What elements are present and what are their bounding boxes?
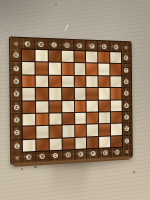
square-a5 xyxy=(22,88,35,100)
board-clasp-speck xyxy=(34,166,37,168)
coordinate-cell: ✕8 xyxy=(121,52,131,63)
square-a1 xyxy=(23,139,36,151)
lattice-ornament-icon: ✕ xyxy=(111,45,114,48)
lattice-ornament-icon: ✕ xyxy=(24,155,27,159)
square-c1 xyxy=(49,138,61,150)
coordinate-label: D xyxy=(65,43,70,48)
square-e1 xyxy=(75,137,87,149)
square-d6 xyxy=(62,76,74,87)
square-d7 xyxy=(61,63,73,75)
square-d5 xyxy=(62,88,74,99)
coordinate-label: H xyxy=(113,44,118,49)
coordinate-cell: ✕F xyxy=(86,148,98,160)
coordinate-label: E xyxy=(77,43,82,48)
lattice-ornament-icon: ✕ xyxy=(14,89,17,93)
square-c7 xyxy=(49,63,61,75)
square-e7 xyxy=(74,63,86,74)
corner-ornament-icon: ✕ xyxy=(122,146,132,157)
square-c3 xyxy=(49,113,61,125)
coordinate-label: B xyxy=(40,154,45,159)
square-g7 xyxy=(99,64,110,75)
coordinate-cell: ✕G xyxy=(99,147,111,158)
lattice-ornament-icon: ✕ xyxy=(124,77,127,80)
square-g6 xyxy=(99,76,110,87)
coordinate-label: H xyxy=(114,150,119,155)
square-d3 xyxy=(62,113,74,125)
coordinate-label: F xyxy=(90,44,95,49)
chess-board: ✕A✕B✕C✕D✕E✕F✕G✕H ✕A✕B✕C✕D✕E✕F✕G✕H ✕8✕7✕6… xyxy=(9,36,133,165)
square-g1 xyxy=(99,136,110,148)
coordinate-label: B xyxy=(39,42,44,47)
square-d1 xyxy=(62,138,74,150)
square-b1 xyxy=(36,139,48,151)
lattice-ornament-icon: ✕ xyxy=(124,65,127,68)
lattice-ornament-icon: ✕ xyxy=(88,152,91,156)
lattice-ornament-icon: ✕ xyxy=(15,115,18,119)
square-h6 xyxy=(111,76,122,87)
coordinate-label: D xyxy=(66,152,71,157)
square-b4 xyxy=(36,101,48,113)
coordinate-cell: ✕5 xyxy=(121,87,131,99)
thread-speck xyxy=(64,24,68,31)
coordinate-label: C xyxy=(52,42,57,47)
square-d2 xyxy=(62,125,74,137)
coordinate-cell: ✕D xyxy=(61,149,74,161)
lattice-ornament-icon: ✕ xyxy=(51,154,54,158)
square-c6 xyxy=(49,76,61,88)
coordinate-label: G xyxy=(102,44,107,49)
lattice-ornament-icon: ✕ xyxy=(36,42,39,46)
lattice-ornament-icon: ✕ xyxy=(37,154,40,158)
square-f8 xyxy=(86,51,97,62)
square-b7 xyxy=(35,63,47,75)
square-e6 xyxy=(74,76,86,87)
lattice-ornament-icon: ✕ xyxy=(15,128,18,132)
square-g3 xyxy=(99,112,110,123)
square-f7 xyxy=(86,64,97,75)
square-h4 xyxy=(111,100,122,111)
lattice-ornament-icon: ✕ xyxy=(14,63,17,67)
coordinate-cell: ✕1 xyxy=(122,134,132,146)
square-e3 xyxy=(75,113,87,125)
square-h1 xyxy=(111,136,122,147)
lattice-ornament-icon: ✕ xyxy=(124,53,127,56)
coordinate-cell: ✕2 xyxy=(122,122,132,134)
coordinate-cell: ✕4 xyxy=(122,99,132,111)
board-clasp-speck xyxy=(21,168,23,170)
square-g2 xyxy=(99,124,110,135)
square-f5 xyxy=(87,88,98,99)
corner-ornament-icon: ✕ xyxy=(11,152,23,164)
lattice-ornament-icon: ✕ xyxy=(14,102,17,106)
square-c2 xyxy=(49,126,61,138)
square-h2 xyxy=(111,124,122,135)
lattice-ornament-icon: ✕ xyxy=(125,101,128,104)
lattice-ornament-icon: ✕ xyxy=(125,89,128,92)
coordinate-label: F xyxy=(91,151,96,156)
square-e2 xyxy=(75,125,87,137)
square-f4 xyxy=(87,100,98,111)
square-b5 xyxy=(36,88,48,100)
lattice-ornament-icon: ✕ xyxy=(62,43,65,47)
square-a6 xyxy=(22,75,35,87)
square-e8 xyxy=(74,51,86,63)
square-a7 xyxy=(22,62,35,74)
square-a2 xyxy=(23,126,36,138)
square-b8 xyxy=(35,50,47,62)
lattice-ornament-icon: ✕ xyxy=(125,136,128,139)
square-b2 xyxy=(36,126,48,138)
square-d8 xyxy=(61,51,73,63)
square-h3 xyxy=(111,112,122,123)
lattice-ornament-icon: ✕ xyxy=(76,152,79,156)
carpet-speck xyxy=(133,171,135,173)
coordinate-label: A xyxy=(25,41,30,46)
square-b3 xyxy=(36,113,48,125)
lattice-ornament-icon: ✕ xyxy=(125,125,128,128)
lattice-ornament-icon: ✕ xyxy=(125,113,128,116)
playing-field xyxy=(21,48,123,152)
square-h5 xyxy=(111,88,122,99)
lattice-ornament-icon: ✕ xyxy=(15,141,18,145)
coordinate-cell: ✕7 xyxy=(121,63,131,75)
photo-of-chessboard: ✕A✕B✕C✕D✕E✕F✕G✕H ✕A✕B✕C✕D✕E✕F✕G✕H ✕8✕7✕6… xyxy=(0,0,150,200)
corner-ornament-icon: ✕ xyxy=(121,42,131,53)
square-e4 xyxy=(74,100,86,111)
coordinate-cell: ✕B xyxy=(35,150,48,162)
coordinate-label: A xyxy=(27,154,32,159)
lattice-ornament-icon: ✕ xyxy=(49,43,52,47)
square-e5 xyxy=(74,88,86,99)
square-h7 xyxy=(110,64,121,75)
lattice-ornament-icon: ✕ xyxy=(63,153,66,157)
lattice-ornament-icon: ✕ xyxy=(112,150,115,154)
square-f6 xyxy=(87,76,98,87)
square-a4 xyxy=(22,101,35,113)
square-a3 xyxy=(23,114,36,126)
coordinate-cell: ✕3 xyxy=(122,111,132,123)
lattice-ornament-icon: ✕ xyxy=(14,50,17,54)
square-h8 xyxy=(110,52,121,63)
lattice-ornament-icon: ✕ xyxy=(100,151,103,155)
square-f1 xyxy=(87,137,98,149)
lattice-ornament-icon: ✕ xyxy=(99,44,102,48)
square-f3 xyxy=(87,112,98,123)
lattice-ornament-icon: ✕ xyxy=(87,44,90,48)
square-g5 xyxy=(99,88,110,99)
coordinate-cell: ✕6 xyxy=(121,75,131,87)
coordinate-label: E xyxy=(78,152,83,157)
square-g4 xyxy=(99,100,110,111)
square-a8 xyxy=(22,49,35,61)
square-c5 xyxy=(49,88,61,100)
coordinate-cell: ✕A xyxy=(23,151,36,163)
coordinate-cell: ✕E xyxy=(74,148,86,160)
lattice-ornament-icon: ✕ xyxy=(14,76,17,80)
lattice-ornament-icon: ✕ xyxy=(75,44,78,48)
square-g8 xyxy=(98,52,109,63)
carpet-speck xyxy=(55,4,57,5)
coordinate-cell: ✕H xyxy=(110,147,122,158)
square-b6 xyxy=(36,75,48,87)
coordinate-label: G xyxy=(103,150,108,155)
square-c4 xyxy=(49,101,61,113)
square-c8 xyxy=(48,50,60,62)
lattice-ornament-icon: ✕ xyxy=(23,42,26,46)
square-d4 xyxy=(62,101,74,113)
coordinate-cell: ✕C xyxy=(49,150,62,162)
coordinate-label: C xyxy=(53,153,58,158)
square-f2 xyxy=(87,124,98,136)
